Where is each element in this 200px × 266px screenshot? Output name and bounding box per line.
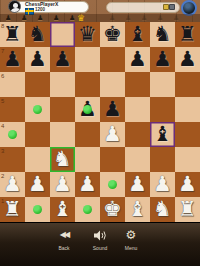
square-h3[interactable] [175,147,200,172]
piece-white-rook[interactable]: ♜ [0,197,25,222]
square-h2[interactable]: ♟ [175,172,200,197]
square-e3[interactable] [100,147,125,172]
sound-button[interactable]: Sound [84,227,116,263]
piece-black-bishop[interactable]: ♝ [150,122,175,147]
piece-white-pawn[interactable]: ♟ [75,172,100,197]
legal-move-dot[interactable] [83,205,92,214]
back-label: Back [48,246,80,251]
square-b5[interactable] [25,97,50,122]
rank-label-5: 5 [1,98,4,104]
piece-white-pawn[interactable]: ♟ [50,172,75,197]
square-d1[interactable] [75,197,100,222]
rank-label-6: 6 [1,73,4,79]
piece-black-pawn[interactable]: ♟ [100,97,125,122]
square-g5[interactable] [150,97,175,122]
piece-white-knight[interactable]: ♞ [50,147,75,172]
square-h7[interactable]: ♟ [175,47,200,72]
piece-white-knight[interactable]: ♞ [150,197,175,222]
tray-slot-pawn: ♟ [125,14,131,22]
square-f2[interactable]: ♟ [125,172,150,197]
piece-white-king[interactable]: ♚ [100,197,125,222]
legal-move-dot[interactable] [8,130,17,139]
square-g2[interactable]: ♟ [150,172,175,197]
piece-white-pawn[interactable]: ♟ [125,172,150,197]
square-b7[interactable]: ♟ [25,47,50,72]
settings-gear-icon: ⚙ [115,227,147,243]
rank-label-3: 3 [1,148,4,154]
square-b3[interactable] [25,147,50,172]
badge-chip-gray [169,4,175,10]
square-d8[interactable]: ♛ [75,22,100,47]
chess-app-screen: ChessPlayerX 1200 ♟♟♟♟♟♛♟♟♟♟♟ 8♜♞♛♚♝♞♜7♟… [0,0,200,266]
square-g4[interactable]: ♝ [150,122,175,147]
square-b6[interactable] [25,72,50,97]
tray-slot-pawn: ♟ [157,14,163,22]
piece-black-pawn[interactable]: ♟ [0,47,25,72]
piece-black-pawn[interactable]: ♟ [175,47,200,72]
square-c2[interactable]: ♟ [50,172,75,197]
bottom-toolbar: ◀◀ Back Sound ⚙ Menu [0,222,200,266]
square-h6[interactable] [175,72,200,97]
tray-slot-pawn: ♟ [37,14,43,22]
square-a1[interactable]: 1♜ [0,197,25,222]
square-d5[interactable]: ♟ [75,97,100,122]
square-d4[interactable] [75,122,100,147]
speaker-icon [84,227,116,243]
piece-white-pawn[interactable]: ♟ [0,172,25,197]
square-f6[interactable] [125,72,150,97]
square-e7[interactable] [100,47,125,72]
square-c4[interactable] [50,122,75,147]
square-d7[interactable] [75,47,100,72]
square-a2[interactable]: 2♟ [0,172,25,197]
piece-black-bishop[interactable]: ♝ [125,22,150,47]
tray-slot-pawn: ♟ [5,14,11,22]
square-b2[interactable]: ♟ [25,172,50,197]
piece-black-knight[interactable]: ♞ [150,22,175,47]
legal-move-dot[interactable] [83,105,92,114]
square-d2[interactable]: ♟ [75,172,100,197]
square-c7[interactable]: ♟ [50,47,75,72]
square-f4[interactable] [125,122,150,147]
piece-white-pawn[interactable]: ♟ [25,172,50,197]
piece-black-rook[interactable]: ♜ [0,22,25,47]
square-b1[interactable] [25,197,50,222]
tray-slot-pawn: ♟ [173,14,179,22]
square-a5[interactable]: 5 [0,97,25,122]
tray-slot-pawn: ♟ [53,14,59,22]
legal-move-dot[interactable] [108,180,117,189]
square-a3[interactable]: 3 [0,147,25,172]
square-h8[interactable]: ♜ [175,22,200,47]
legal-move-dot[interactable] [33,105,42,114]
square-f5[interactable] [125,97,150,122]
piece-black-queen[interactable]: ♛ [75,22,100,47]
square-c1[interactable]: ♝ [50,197,75,222]
square-h1[interactable]: ♜ [175,197,200,222]
tray-slot-pawn: ♟ [69,14,75,22]
white-player-rating: 1200 [35,8,45,13]
square-a6[interactable]: 6 [0,72,25,97]
piece-black-pawn[interactable]: ♟ [150,47,175,72]
square-c3[interactable]: ♞ [50,147,75,172]
square-f7[interactable]: ♟ [125,47,150,72]
piece-black-rook[interactable]: ♜ [175,22,200,47]
square-b8[interactable]: ♞ [25,22,50,47]
chess-board: 8♜♞♛♚♝♞♜7♟♟♟♟♟♟65♟♟4♟♝3♞2♟♟♟♟♟♟♟1♜♝♚♝♞♜ [0,22,200,222]
square-e4[interactable]: ♟ [100,122,125,147]
square-h5[interactable] [175,97,200,122]
square-g6[interactable] [150,72,175,97]
piece-white-pawn[interactable]: ♟ [150,172,175,197]
menu-button[interactable]: ⚙ Menu [115,227,147,263]
square-c6[interactable] [50,72,75,97]
piece-white-pawn[interactable]: ♟ [100,122,125,147]
menu-label: Menu [115,246,147,251]
square-c8[interactable] [50,22,75,47]
square-g8[interactable]: ♞ [150,22,175,47]
piece-white-pawn[interactable]: ♟ [175,172,200,197]
square-d3[interactable] [75,147,100,172]
piece-white-bishop[interactable]: ♝ [125,197,150,222]
piece-white-rook[interactable]: ♜ [175,197,200,222]
square-f3[interactable] [125,147,150,172]
piece-black-pawn[interactable]: ♟ [50,47,75,72]
square-g1[interactable]: ♞ [150,197,175,222]
square-e8[interactable]: ♚ [100,22,125,47]
piece-black-pawn[interactable]: ♟ [25,47,50,72]
square-f8[interactable]: ♝ [125,22,150,47]
square-f1[interactable]: ♝ [125,197,150,222]
legal-move-dot[interactable] [33,205,42,214]
sound-label: Sound [84,246,116,251]
back-icon: ◀◀ [48,227,80,243]
tray-slot-pawn: ♟ [109,14,115,22]
piece-black-knight[interactable]: ♞ [25,22,50,47]
square-e1[interactable]: ♚ [100,197,125,222]
square-e5[interactable]: ♟ [100,97,125,122]
piece-black-king[interactable]: ♚ [100,22,125,47]
tray-slot-pawn: ♟ [141,14,147,22]
square-a8[interactable]: 8♜ [0,22,25,47]
white-player-avatar[interactable] [8,0,21,13]
square-d6[interactable] [75,72,100,97]
square-c5[interactable] [50,97,75,122]
top-bar: ChessPlayerX 1200 [0,0,200,14]
piece-black-pawn[interactable]: ♟ [125,47,150,72]
square-a4[interactable]: 4 [0,122,25,147]
square-g7[interactable]: ♟ [150,47,175,72]
square-b4[interactable] [25,122,50,147]
tray-slot-pawn: ♟ [21,14,27,22]
square-h4[interactable] [175,122,200,147]
square-e6[interactable] [100,72,125,97]
square-a7[interactable]: 7♟ [0,47,25,72]
back-button[interactable]: ◀◀ Back [48,227,80,263]
rank-label-4: 4 [1,123,4,129]
square-g3[interactable] [150,147,175,172]
square-e2[interactable] [100,172,125,197]
piece-white-bishop[interactable]: ♝ [50,197,75,222]
captured-white-queen: ♛ [77,14,85,22]
